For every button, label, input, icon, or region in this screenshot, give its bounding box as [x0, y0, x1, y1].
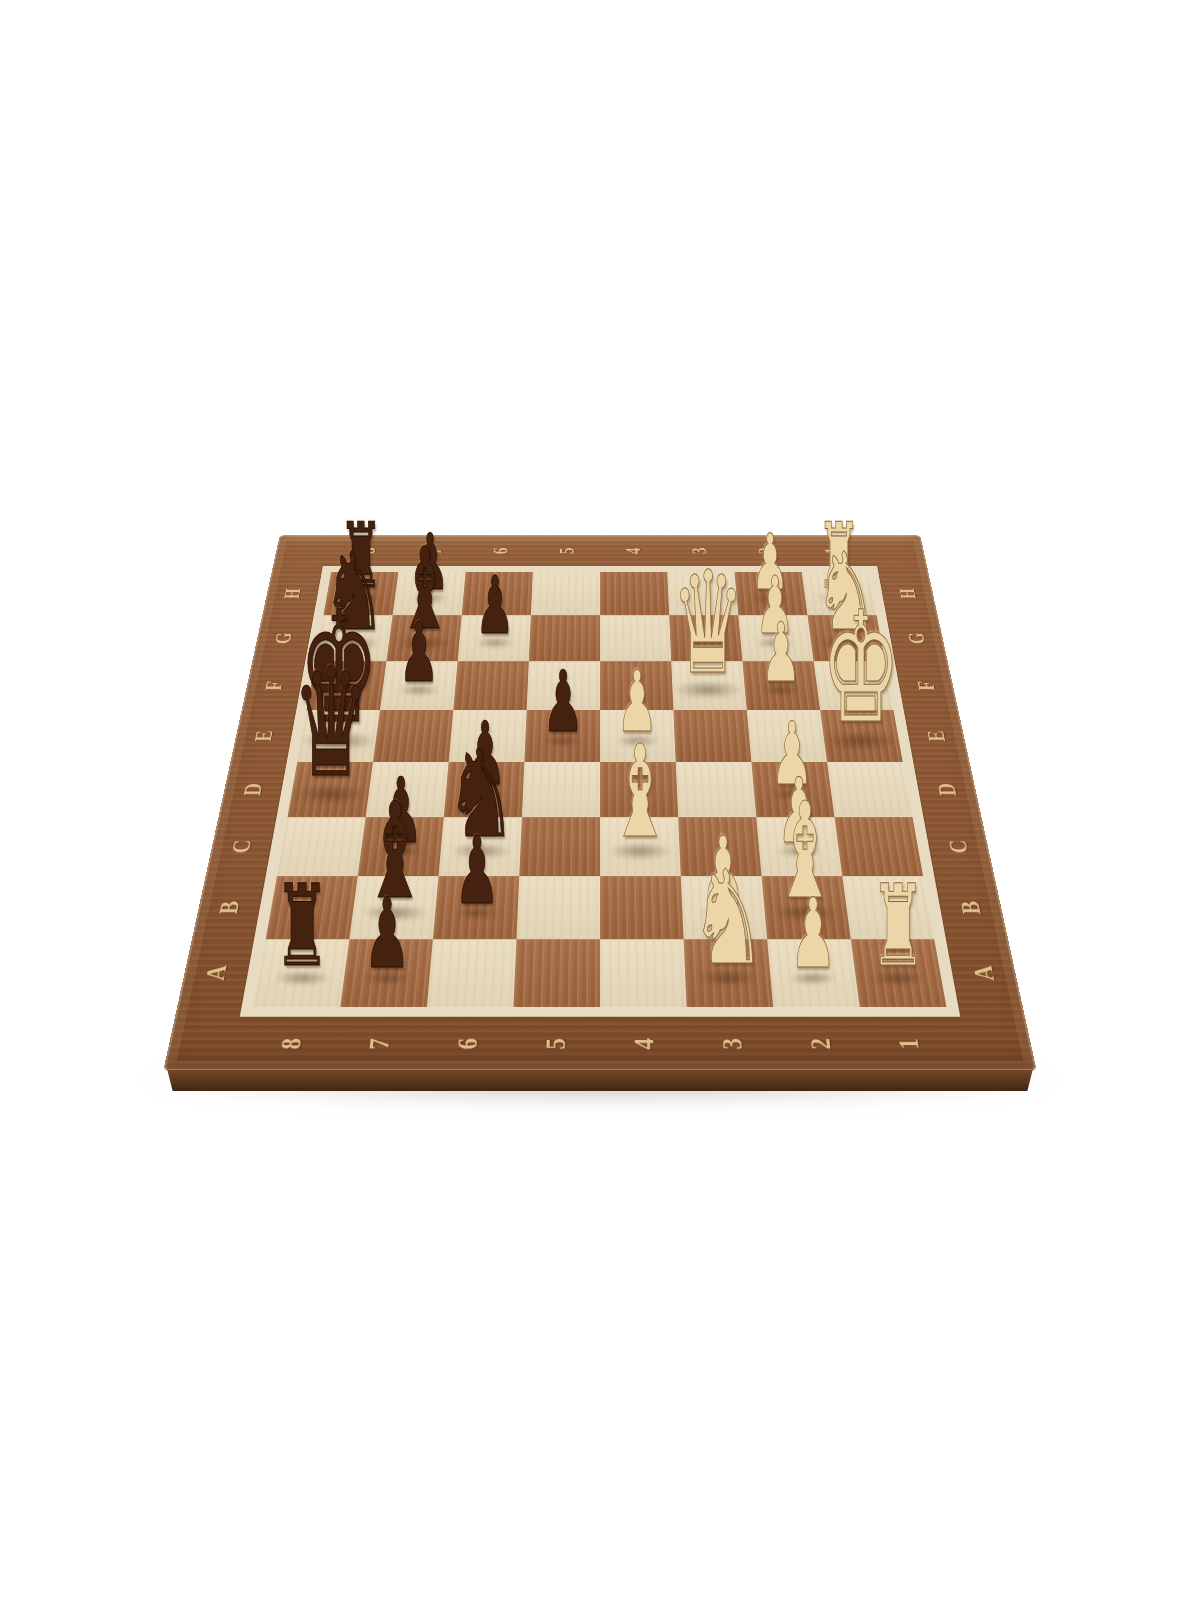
- square-h7: [393, 572, 466, 615]
- playfield-inlay: [240, 566, 960, 1017]
- square-d4: [600, 762, 678, 817]
- square-d7: [366, 762, 449, 817]
- square-f7: [380, 661, 458, 710]
- square-g1: [807, 615, 884, 661]
- square-a4: [600, 939, 687, 1007]
- coord-right-A: A: [967, 964, 1001, 980]
- square-c8: [277, 817, 366, 876]
- square-a8: [254, 939, 350, 1007]
- square-e8: [297, 710, 380, 762]
- square-e1: [820, 710, 903, 762]
- square-f8: [307, 661, 387, 710]
- square-g3: [669, 615, 742, 661]
- square-h2: [734, 572, 807, 615]
- square-h1: [802, 572, 877, 615]
- square-d2: [751, 762, 834, 817]
- coord-right-B: B: [954, 900, 986, 914]
- square-f5: [527, 661, 600, 710]
- square-a3: [684, 939, 774, 1007]
- coord-top-2: 2: [753, 547, 778, 554]
- coord-top-6: 6: [488, 547, 512, 554]
- square-e2: [747, 710, 827, 762]
- coord-left-B: B: [213, 900, 245, 914]
- coord-bottom-5: 5: [540, 1037, 572, 1049]
- square-b3: [681, 876, 767, 939]
- square-c4: [600, 817, 681, 876]
- square-h8: [323, 572, 398, 615]
- square-d8: [287, 762, 373, 817]
- square-c6: [438, 817, 521, 876]
- square-h3: [667, 572, 738, 615]
- coord-top-1: 1: [819, 547, 844, 554]
- square-a2: [767, 939, 860, 1007]
- coord-right-C: C: [943, 839, 974, 853]
- square-c1: [834, 817, 923, 876]
- coord-top-8: 8: [356, 547, 381, 554]
- square-d6: [444, 762, 525, 817]
- square-e6: [449, 710, 527, 762]
- product-photo-stage: HGFEDCBAHGFEDCBA8765432187654321 ♜♛♚♞♜♟♝…: [0, 0, 1200, 1600]
- coord-bottom-2: 2: [804, 1037, 837, 1049]
- square-g2: [738, 615, 813, 661]
- square-f4: [600, 661, 673, 710]
- square-a1: [851, 939, 947, 1007]
- coord-right-H: H: [894, 588, 921, 599]
- coord-top-4: 4: [621, 547, 645, 554]
- coord-bottom-7: 7: [363, 1037, 396, 1049]
- chessboard-frame: HGFEDCBAHGFEDCBA8765432187654321: [163, 535, 1036, 1070]
- coord-bottom-6: 6: [451, 1037, 484, 1049]
- coord-top-3: 3: [687, 547, 711, 554]
- square-f3: [671, 661, 747, 710]
- square-c7: [358, 817, 444, 876]
- coord-top-7: 7: [422, 547, 447, 554]
- coord-left-G: G: [270, 632, 298, 644]
- square-g8: [315, 615, 392, 661]
- square-f1: [814, 661, 894, 710]
- board-grid: [254, 572, 947, 1007]
- coord-right-E: E: [922, 730, 951, 741]
- coord-right-F: F: [912, 680, 940, 690]
- coord-bottom-3: 3: [716, 1037, 749, 1049]
- square-a6: [427, 939, 517, 1007]
- square-d5: [522, 762, 600, 817]
- square-b7: [349, 876, 438, 939]
- coord-bottom-8: 8: [274, 1037, 308, 1049]
- square-b6: [433, 876, 519, 939]
- coord-left-D: D: [238, 783, 268, 796]
- square-c3: [678, 817, 761, 876]
- square-d3: [676, 762, 757, 817]
- coord-bottom-4: 4: [628, 1037, 660, 1049]
- coord-top-5: 5: [555, 547, 579, 554]
- square-f2: [742, 661, 820, 710]
- coord-left-H: H: [279, 588, 306, 599]
- square-f6: [453, 661, 529, 710]
- square-a5: [513, 939, 600, 1007]
- square-a7: [340, 939, 433, 1007]
- square-g4: [600, 615, 671, 661]
- square-h4: [600, 572, 669, 615]
- square-e4: [600, 710, 676, 762]
- square-h5: [531, 572, 600, 615]
- coord-right-G: G: [903, 632, 931, 644]
- square-g5: [529, 615, 600, 661]
- square-e3: [673, 710, 751, 762]
- square-b2: [762, 876, 851, 939]
- coord-left-C: C: [226, 839, 257, 853]
- square-b4: [600, 876, 684, 939]
- square-g6: [458, 615, 531, 661]
- square-e7: [373, 710, 453, 762]
- square-b8: [266, 876, 358, 939]
- coord-left-A: A: [199, 964, 233, 980]
- square-b1: [842, 876, 934, 939]
- square-h6: [462, 572, 533, 615]
- square-e5: [524, 710, 600, 762]
- square-g7: [386, 615, 461, 661]
- square-c2: [756, 817, 842, 876]
- coord-left-F: F: [260, 680, 288, 690]
- coord-right-D: D: [932, 783, 962, 796]
- square-b5: [516, 876, 600, 939]
- square-d1: [827, 762, 913, 817]
- square-c5: [519, 817, 600, 876]
- coord-left-E: E: [249, 730, 278, 741]
- board-front-edge: [163, 1070, 1037, 1091]
- coord-bottom-1: 1: [892, 1037, 926, 1049]
